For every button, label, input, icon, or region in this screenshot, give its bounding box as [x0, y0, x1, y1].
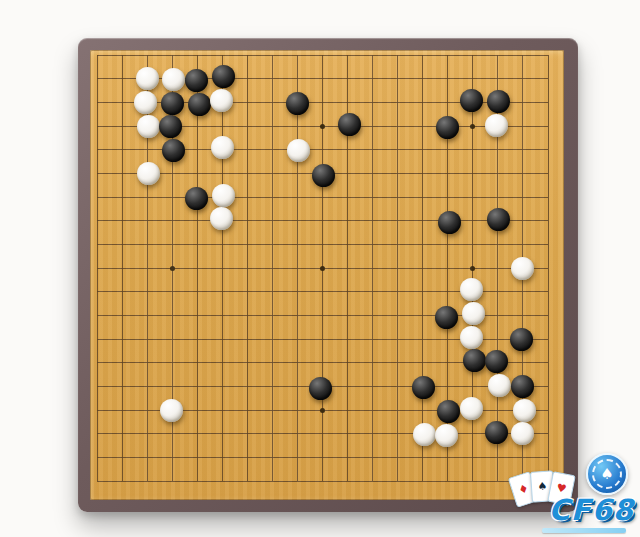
star-point	[170, 266, 175, 271]
stone-white	[137, 115, 160, 138]
star-point	[470, 266, 475, 271]
stone-white	[435, 424, 458, 447]
stone-white	[488, 374, 511, 397]
grid-line-vertical	[422, 55, 423, 481]
stone-white	[460, 397, 483, 420]
stone-white	[160, 399, 183, 422]
stone-black	[485, 421, 508, 444]
stone-black	[309, 377, 332, 400]
stone-black	[436, 116, 459, 139]
stone-white	[136, 67, 159, 90]
spade-icon: ♠	[537, 480, 548, 494]
grid-line-horizontal	[97, 457, 548, 458]
stone-black	[161, 92, 184, 115]
grid-line-vertical	[548, 55, 549, 481]
stone-white	[210, 207, 233, 230]
stone-white	[211, 136, 234, 159]
stone-black	[438, 211, 461, 234]
diamond-icon: ♦	[517, 482, 530, 497]
stone-black	[188, 93, 211, 116]
stone-white	[413, 423, 436, 446]
stone-black	[162, 139, 185, 162]
stone-black	[412, 376, 435, 399]
stone-white	[513, 399, 536, 422]
stone-black	[487, 208, 510, 231]
stone-white	[287, 139, 310, 162]
stone-black	[212, 65, 235, 88]
stone-white	[162, 68, 185, 91]
stone-black	[312, 164, 335, 187]
stone-black	[510, 328, 533, 351]
stone-white	[511, 257, 534, 280]
stone-white	[485, 114, 508, 137]
stone-black	[435, 306, 458, 329]
page: ♦ ♠ ♥ ♠ CF68	[0, 0, 640, 537]
stone-white	[137, 162, 160, 185]
watermark-text: CF68	[549, 493, 634, 527]
stone-white	[134, 91, 157, 114]
stone-black	[437, 400, 460, 423]
star-point	[320, 408, 325, 413]
poker-chip-icon: ♠	[586, 453, 628, 495]
star-point	[470, 124, 475, 129]
grid-line-vertical	[372, 55, 373, 481]
spade-icon: ♠	[588, 455, 626, 493]
star-point	[320, 266, 325, 271]
grid-line-horizontal	[97, 433, 548, 434]
watermark-logo: ♦ ♠ ♥ ♠ CF68	[504, 453, 636, 535]
stone-white	[511, 422, 534, 445]
stone-black	[338, 113, 361, 136]
stone-white	[460, 278, 483, 301]
star-point	[320, 124, 325, 129]
go-board-photo	[78, 38, 578, 512]
stone-black	[487, 90, 510, 113]
stone-black	[185, 69, 208, 92]
grid-line-horizontal	[97, 481, 548, 482]
stone-white	[210, 89, 233, 112]
stone-black	[485, 350, 508, 373]
stone-black	[460, 89, 483, 112]
stone-white	[462, 302, 485, 325]
stone-white	[460, 326, 483, 349]
board-surface	[90, 50, 564, 500]
watermark-tagline-bar	[542, 528, 626, 533]
stone-white	[212, 184, 235, 207]
stone-black	[463, 349, 486, 372]
stone-black	[511, 375, 534, 398]
stone-black	[286, 92, 309, 115]
stone-black	[159, 115, 182, 138]
grid-line-vertical	[397, 55, 398, 481]
stone-black	[185, 187, 208, 210]
